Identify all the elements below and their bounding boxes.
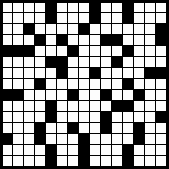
- white-cell-r8c10[interactable]: [112, 90, 123, 101]
- black-cell-r7c3: [35, 79, 46, 90]
- white-cell-r8c7[interactable]: [79, 90, 90, 101]
- white-cell-r11c14[interactable]: [156, 123, 167, 134]
- white-cell-r12c9[interactable]: [101, 134, 112, 145]
- black-cell-r7c11: [123, 79, 134, 90]
- white-cell-r13c5[interactable]: [57, 145, 68, 156]
- black-cell-r2c14: [156, 24, 167, 35]
- white-cell-r3c13[interactable]: [145, 35, 156, 46]
- black-cell-r13c4: [46, 145, 57, 156]
- white-cell-r2c12[interactable]: [134, 24, 145, 35]
- white-cell-r14c3[interactable]: [35, 156, 46, 167]
- white-cell-r11c10[interactable]: [112, 123, 123, 134]
- black-cell-r3c10: [112, 35, 123, 46]
- white-cell-r4c4[interactable]: [46, 46, 57, 57]
- black-cell-r0c4: [46, 2, 57, 13]
- white-cell-r9c9[interactable]: [101, 101, 112, 112]
- white-cell-r6c3[interactable]: [35, 68, 46, 79]
- white-cell-r5c8[interactable]: [90, 57, 101, 68]
- black-cell-r8c0: [2, 90, 13, 101]
- white-cell-r9c2[interactable]: [24, 101, 35, 112]
- black-cell-r12c7: [79, 134, 90, 145]
- white-cell-r1c10[interactable]: [112, 13, 123, 24]
- white-cell-r10c7[interactable]: [79, 112, 90, 123]
- white-cell-r13c8[interactable]: [90, 145, 101, 156]
- black-cell-r14c7: [79, 156, 90, 167]
- white-cell-r10c12[interactable]: [134, 112, 145, 123]
- white-cell-r9c3[interactable]: [35, 101, 46, 112]
- white-cell-r8c5[interactable]: [57, 90, 68, 101]
- black-cell-r8c9: [101, 90, 112, 101]
- white-cell-r14c1[interactable]: [13, 156, 24, 167]
- white-cell-r6c9[interactable]: [101, 68, 112, 79]
- black-cell-r1c8: [90, 13, 101, 24]
- white-cell-r6c7[interactable]: [79, 68, 90, 79]
- black-cell-r8c1: [13, 90, 24, 101]
- white-cell-r14c5[interactable]: [57, 156, 68, 167]
- white-cell-r1c6[interactable]: [68, 13, 79, 24]
- white-cell-r13c13[interactable]: [145, 145, 156, 156]
- white-cell-r10c6[interactable]: [68, 112, 79, 123]
- white-cell-r8c2[interactable]: [24, 90, 35, 101]
- white-cell-r5c2[interactable]: [24, 57, 35, 68]
- white-cell-r1c12[interactable]: [134, 13, 145, 24]
- white-cell-r2c4[interactable]: [46, 24, 57, 35]
- white-cell-r0c10[interactable]: [112, 2, 123, 13]
- white-cell-r12c14[interactable]: [156, 134, 167, 145]
- white-cell-r9c5[interactable]: [57, 101, 68, 112]
- black-cell-r13c7: [79, 145, 90, 156]
- black-cell-r11c3: [35, 123, 46, 134]
- white-cell-r8c11[interactable]: [123, 90, 134, 101]
- white-cell-r3c11[interactable]: [123, 35, 134, 46]
- white-cell-r5c14[interactable]: [156, 57, 167, 68]
- white-cell-r0c7[interactable]: [79, 2, 90, 13]
- white-cell-r14c12[interactable]: [134, 156, 145, 167]
- white-cell-r10c1[interactable]: [13, 112, 24, 123]
- white-cell-r5c6[interactable]: [68, 57, 79, 68]
- white-cell-r9c0[interactable]: [2, 101, 13, 112]
- white-cell-r14c2[interactable]: [24, 156, 35, 167]
- white-cell-r5c1[interactable]: [13, 57, 24, 68]
- white-cell-r2c3[interactable]: [35, 24, 46, 35]
- white-cell-r14c10[interactable]: [112, 156, 123, 167]
- white-cell-r3c6[interactable]: [68, 35, 79, 46]
- black-cell-r6c5: [57, 68, 68, 79]
- white-cell-r10c3[interactable]: [35, 112, 46, 123]
- white-cell-r10c11[interactable]: [123, 112, 134, 123]
- black-cell-r13c11: [123, 145, 134, 156]
- white-cell-r14c6[interactable]: [68, 156, 79, 167]
- black-cell-r0c11: [123, 2, 134, 13]
- white-cell-r2c5[interactable]: [57, 24, 68, 35]
- white-cell-r10c10[interactable]: [112, 112, 123, 123]
- white-cell-r8c14[interactable]: [156, 90, 167, 101]
- white-cell-r11c2[interactable]: [24, 123, 35, 134]
- white-cell-r4c10[interactable]: [112, 46, 123, 57]
- black-cell-r3c9: [101, 35, 112, 46]
- white-cell-r5c0[interactable]: [2, 57, 13, 68]
- white-cell-r13c2[interactable]: [24, 145, 35, 156]
- white-cell-r7c12[interactable]: [134, 79, 145, 90]
- white-cell-r9c12[interactable]: [134, 101, 145, 112]
- black-cell-r8c6: [68, 90, 79, 101]
- white-cell-r2c1[interactable]: [13, 24, 24, 35]
- white-cell-r1c14[interactable]: [156, 13, 167, 24]
- white-cell-r10c13[interactable]: [145, 112, 156, 123]
- black-cell-r9c10: [112, 101, 123, 112]
- white-cell-r0c0[interactable]: [2, 2, 13, 13]
- black-cell-r4c11: [123, 46, 134, 57]
- white-cell-r1c2[interactable]: [24, 13, 35, 24]
- white-cell-r9c14[interactable]: [156, 101, 167, 112]
- black-cell-r5c10: [112, 57, 123, 68]
- black-cell-r11c12: [134, 123, 145, 134]
- white-cell-r13c3[interactable]: [35, 145, 46, 156]
- white-cell-r0c5[interactable]: [57, 2, 68, 13]
- white-cell-r11c5[interactable]: [57, 123, 68, 134]
- white-cell-r0c2[interactable]: [24, 2, 35, 13]
- white-cell-r2c8[interactable]: [90, 24, 101, 35]
- white-cell-r4c3[interactable]: [35, 46, 46, 57]
- white-cell-r10c5[interactable]: [57, 112, 68, 123]
- crossword-board: [0, 0, 169, 169]
- white-cell-r14c9[interactable]: [101, 156, 112, 167]
- white-cell-r8c8[interactable]: [90, 90, 101, 101]
- white-cell-r14c8[interactable]: [90, 156, 101, 167]
- black-cell-r14c11: [123, 156, 134, 167]
- white-cell-r0c3[interactable]: [35, 2, 46, 13]
- black-cell-r5c5: [57, 57, 68, 68]
- white-cell-r2c6[interactable]: [68, 24, 79, 35]
- white-cell-r11c4[interactable]: [46, 123, 57, 134]
- black-cell-r0c8: [90, 2, 101, 13]
- white-cell-r11c7[interactable]: [79, 123, 90, 134]
- black-cell-r6c8: [90, 68, 101, 79]
- white-cell-r7c10[interactable]: [112, 79, 123, 90]
- white-cell-r10c2[interactable]: [24, 112, 35, 123]
- white-cell-r4c12[interactable]: [134, 46, 145, 57]
- black-cell-r9c11: [123, 101, 134, 112]
- white-cell-r13c0[interactable]: [2, 145, 13, 156]
- white-cell-r3c7[interactable]: [79, 35, 90, 46]
- white-cell-r4c9[interactable]: [101, 46, 112, 57]
- white-cell-r14c14[interactable]: [156, 156, 167, 167]
- black-cell-r5c4: [46, 57, 57, 68]
- white-cell-r11c0[interactable]: [2, 123, 13, 134]
- white-cell-r0c6[interactable]: [68, 2, 79, 13]
- black-cell-r1c4: [46, 13, 57, 24]
- black-cell-r4c0: [2, 46, 13, 57]
- black-cell-r6c14: [156, 68, 167, 79]
- white-cell-r12c13[interactable]: [145, 134, 156, 145]
- black-cell-r3c3: [35, 35, 46, 46]
- white-cell-r3c12[interactable]: [134, 35, 145, 46]
- white-cell-r12c11[interactable]: [123, 134, 134, 145]
- black-cell-r10c14: [156, 112, 167, 123]
- white-cell-r6c12[interactable]: [134, 68, 145, 79]
- white-cell-r7c8[interactable]: [90, 79, 101, 90]
- white-cell-r7c4[interactable]: [46, 79, 57, 90]
- white-cell-r7c6[interactable]: [68, 79, 79, 90]
- white-cell-r2c9[interactable]: [101, 24, 112, 35]
- white-cell-r0c9[interactable]: [101, 2, 112, 13]
- white-cell-r2c11[interactable]: [123, 24, 134, 35]
- white-cell-r13c1[interactable]: [13, 145, 24, 156]
- white-cell-r2c10[interactable]: [112, 24, 123, 35]
- black-cell-r4c2: [24, 46, 35, 57]
- white-cell-r1c9[interactable]: [101, 13, 112, 24]
- white-cell-r7c13[interactable]: [145, 79, 156, 90]
- white-cell-r1c1[interactable]: [13, 13, 24, 24]
- black-cell-r1c11: [123, 13, 134, 24]
- white-cell-r2c13[interactable]: [145, 24, 156, 35]
- white-cell-r14c13[interactable]: [145, 156, 156, 167]
- white-cell-r13c10[interactable]: [112, 145, 123, 156]
- white-cell-r14c0[interactable]: [2, 156, 13, 167]
- black-cell-r3c5: [57, 35, 68, 46]
- black-cell-r2c2: [24, 24, 35, 35]
- white-cell-r11c8[interactable]: [90, 123, 101, 134]
- white-cell-r7c9[interactable]: [101, 79, 112, 90]
- white-cell-r1c13[interactable]: [145, 13, 156, 24]
- white-cell-r2c0[interactable]: [2, 24, 13, 35]
- white-cell-r4c7[interactable]: [79, 46, 90, 57]
- white-cell-r5c3[interactable]: [35, 57, 46, 68]
- white-cell-r7c0[interactable]: [2, 79, 13, 90]
- black-cell-r11c6: [68, 123, 79, 134]
- white-cell-r5c12[interactable]: [134, 57, 145, 68]
- black-cell-r2c7: [79, 24, 90, 35]
- white-cell-r4c8[interactable]: [90, 46, 101, 57]
- white-cell-r6c2[interactable]: [24, 68, 35, 79]
- black-cell-r8c12: [134, 90, 145, 101]
- white-cell-r3c0[interactable]: [2, 35, 13, 46]
- white-cell-r9c8[interactable]: [90, 101, 101, 112]
- white-cell-r0c12[interactable]: [134, 2, 145, 13]
- black-cell-r4c6: [68, 46, 79, 57]
- black-cell-r12c0: [2, 134, 13, 145]
- white-cell-r10c8[interactable]: [90, 112, 101, 123]
- white-cell-r0c1[interactable]: [13, 2, 24, 13]
- white-cell-r12c6[interactable]: [68, 134, 79, 145]
- white-cell-r3c8[interactable]: [90, 35, 101, 46]
- black-cell-r11c9: [101, 123, 112, 134]
- white-cell-r1c3[interactable]: [35, 13, 46, 24]
- white-cell-r13c9[interactable]: [101, 145, 112, 156]
- white-cell-r11c1[interactable]: [13, 123, 24, 134]
- white-cell-r12c8[interactable]: [90, 134, 101, 145]
- white-cell-r7c7[interactable]: [79, 79, 90, 90]
- black-cell-r6c13: [145, 68, 156, 79]
- white-cell-r5c11[interactable]: [123, 57, 134, 68]
- white-cell-r13c14[interactable]: [156, 145, 167, 156]
- white-cell-r3c1[interactable]: [13, 35, 24, 46]
- white-cell-r5c9[interactable]: [101, 57, 112, 68]
- white-cell-r4c13[interactable]: [145, 46, 156, 57]
- white-cell-r1c5[interactable]: [57, 13, 68, 24]
- black-cell-r14c4: [46, 156, 57, 167]
- black-cell-r4c1: [13, 46, 24, 57]
- white-cell-r4c5[interactable]: [57, 46, 68, 57]
- crossword-grid: [0, 0, 169, 169]
- black-cell-r9c4: [46, 101, 57, 112]
- black-cell-r10c4: [46, 112, 57, 123]
- white-cell-r9c1[interactable]: [13, 101, 24, 112]
- white-cell-r7c5[interactable]: [57, 79, 68, 90]
- white-cell-r12c2[interactable]: [24, 134, 35, 145]
- white-cell-r8c4[interactable]: [46, 90, 57, 101]
- white-cell-r5c7[interactable]: [79, 57, 90, 68]
- white-cell-r9c7[interactable]: [79, 101, 90, 112]
- white-cell-r10c0[interactable]: [2, 112, 13, 123]
- white-cell-r12c4[interactable]: [46, 134, 57, 145]
- white-cell-r9c13[interactable]: [145, 101, 156, 112]
- white-cell-r3c2[interactable]: [24, 35, 35, 46]
- white-cell-r12c10[interactable]: [112, 134, 123, 145]
- white-cell-r0c14[interactable]: [156, 2, 167, 13]
- white-cell-r11c13[interactable]: [145, 123, 156, 134]
- white-cell-r7c2[interactable]: [24, 79, 35, 90]
- white-cell-r6c0[interactable]: [2, 68, 13, 79]
- white-cell-r6c4[interactable]: [46, 68, 57, 79]
- white-cell-r13c12[interactable]: [134, 145, 145, 156]
- white-cell-r12c1[interactable]: [13, 134, 24, 145]
- black-cell-r12c12: [134, 134, 145, 145]
- white-cell-r9c6[interactable]: [68, 101, 79, 112]
- white-cell-r0c13[interactable]: [145, 2, 156, 13]
- white-cell-r8c3[interactable]: [35, 90, 46, 101]
- white-cell-r6c10[interactable]: [112, 68, 123, 79]
- white-cell-r12c5[interactable]: [57, 134, 68, 145]
- white-cell-r6c11[interactable]: [123, 68, 134, 79]
- white-cell-r1c7[interactable]: [79, 13, 90, 24]
- white-cell-r3c4[interactable]: [46, 35, 57, 46]
- white-cell-r11c11[interactable]: [123, 123, 134, 134]
- black-cell-r12c3: [35, 134, 46, 145]
- white-cell-r7c1[interactable]: [13, 79, 24, 90]
- black-cell-r10c9: [101, 112, 112, 123]
- black-cell-r3c14: [156, 35, 167, 46]
- white-cell-r8c13[interactable]: [145, 90, 156, 101]
- white-cell-r4c14[interactable]: [156, 46, 167, 57]
- white-cell-r1c0[interactable]: [2, 13, 13, 24]
- white-cell-r7c14[interactable]: [156, 79, 167, 90]
- white-cell-r5c13[interactable]: [145, 57, 156, 68]
- white-cell-r13c6[interactable]: [68, 145, 79, 156]
- white-cell-r6c1[interactable]: [13, 68, 24, 79]
- white-cell-r6c6[interactable]: [68, 68, 79, 79]
